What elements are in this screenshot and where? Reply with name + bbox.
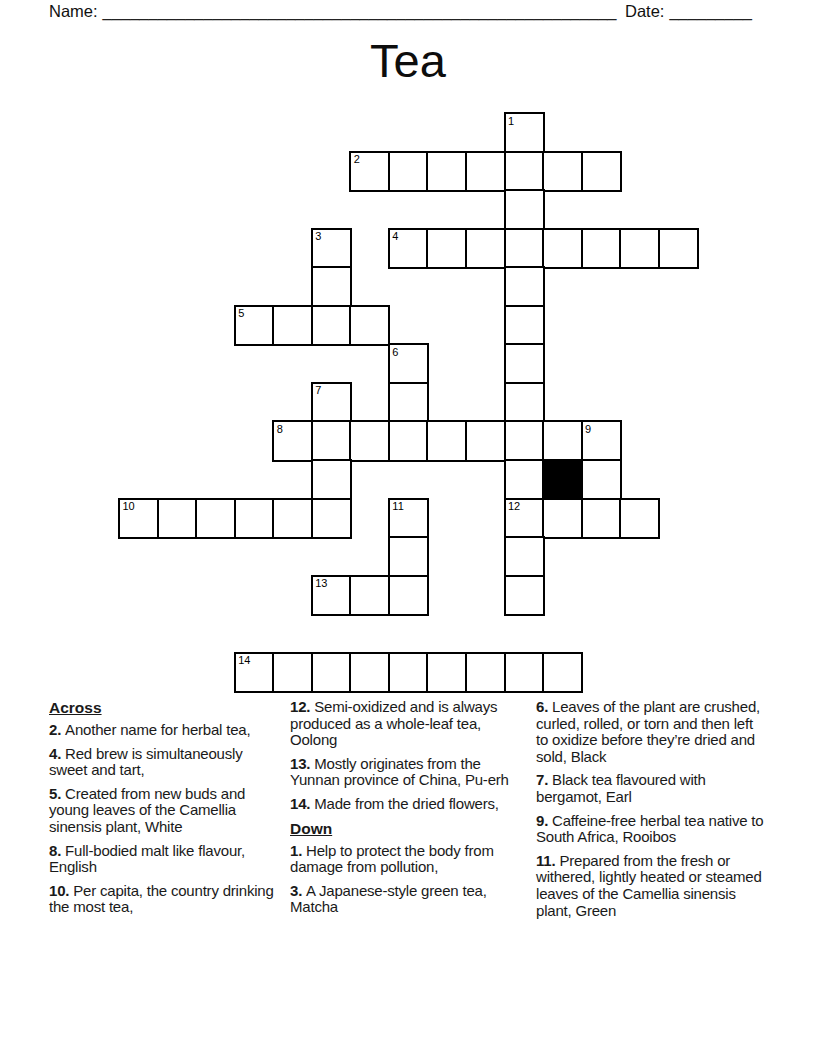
grid-cell[interactable] — [504, 305, 545, 346]
across-clue-12: 12. Semi-oxidized and is always produced… — [290, 699, 516, 749]
down-clue-7: 7. Black tea flavoured with bergamot, Ea… — [536, 772, 767, 805]
grid-cell[interactable] — [311, 266, 352, 307]
name-field-row: Name:___________________________________… — [49, 2, 617, 21]
grid-cell[interactable] — [426, 420, 467, 461]
grid-cell[interactable] — [388, 536, 429, 577]
grid-cell[interactable] — [426, 228, 467, 269]
grid-cell[interactable] — [465, 228, 506, 269]
grid-cell[interactable] — [581, 228, 622, 269]
across-clue-10: 10. Per capita, the country drinking the… — [49, 883, 280, 916]
across-heading: Across — [49, 699, 280, 717]
across-clue-2: 2. Another name for herbal tea, — [49, 722, 280, 739]
grid-cell[interactable] — [504, 228, 545, 269]
grid-cell[interactable] — [542, 652, 583, 693]
grid-cell[interactable] — [504, 151, 545, 192]
grid-cell[interactable] — [504, 382, 545, 423]
page-title: Tea — [0, 33, 816, 88]
grid-cell[interactable] — [581, 420, 622, 461]
across-clue-4: 4. Red brew is simultaneously sweet and … — [49, 746, 280, 779]
grid-cell[interactable] — [349, 652, 390, 693]
grid-cell[interactable] — [504, 575, 545, 616]
grid-cell[interactable] — [195, 498, 236, 539]
grid-cell[interactable] — [581, 459, 622, 500]
clue-column-1: Across2. Another name for herbal tea,4. … — [49, 699, 280, 923]
worksheet-page: { "header": { "name_label": "Name:", "na… — [0, 0, 816, 1056]
grid-cell[interactable] — [388, 420, 429, 461]
grid-cell[interactable] — [234, 305, 275, 346]
grid-cell[interactable] — [619, 228, 660, 269]
grid-cell[interactable] — [388, 498, 429, 539]
grid-cell[interactable] — [388, 151, 429, 192]
grid-cell[interactable] — [465, 652, 506, 693]
grid-cell[interactable] — [272, 498, 313, 539]
grid-cell[interactable] — [542, 420, 583, 461]
across-clue-8: 8. Full-bodied malt like flavour, Englis… — [49, 843, 280, 876]
grid-cell[interactable] — [388, 575, 429, 616]
grid-cell[interactable] — [465, 151, 506, 192]
grid-cell[interactable] — [619, 498, 660, 539]
across-clue-5: 5. Created from new buds and young leave… — [49, 786, 280, 836]
grid-cell[interactable] — [388, 382, 429, 423]
date-field-row: Date:_________ — [625, 2, 752, 21]
grid-cell[interactable] — [426, 151, 467, 192]
grid-cell[interactable] — [504, 112, 545, 153]
grid-cell[interactable] — [118, 498, 159, 539]
grid-cell[interactable] — [504, 536, 545, 577]
grid-cell[interactable] — [542, 151, 583, 192]
down-clue-11: 11. Prepared from the fresh or withered,… — [536, 853, 767, 919]
grid-cell[interactable] — [388, 343, 429, 384]
grid-cell[interactable] — [234, 498, 275, 539]
name-label: Name: — [49, 2, 98, 20]
down-heading: Down — [290, 820, 516, 838]
grid-cell[interactable] — [311, 498, 352, 539]
grid-cell[interactable] — [426, 652, 467, 693]
down-clue-6: 6. Leaves of the plant are crushed, curl… — [536, 699, 767, 765]
crossword-grid: 1234567891011121314 — [118, 112, 700, 694]
grid-cell[interactable] — [234, 652, 275, 693]
grid-cell[interactable] — [349, 151, 390, 192]
grid-cell[interactable] — [388, 228, 429, 269]
grid-cell[interactable] — [581, 498, 622, 539]
grid-cell[interactable] — [349, 420, 390, 461]
across-clue-14: 14. Made from the dried flowers, — [290, 796, 516, 813]
down-clue-3: 3. A Japanese-style green tea, Matcha — [290, 883, 516, 916]
grid-cell[interactable] — [311, 305, 352, 346]
grid-cell[interactable] — [504, 459, 545, 500]
name-line-field[interactable]: ________________________________________… — [103, 2, 617, 20]
down-clue-1: 1. Help to protect the body from damage … — [290, 843, 516, 876]
grid-cell[interactable] — [157, 498, 198, 539]
date-label: Date: — [625, 2, 664, 20]
black-cell — [542, 459, 583, 500]
grid-cell[interactable] — [311, 575, 352, 616]
grid-cell[interactable] — [504, 498, 545, 539]
grid-cell[interactable] — [272, 652, 313, 693]
grid-cell[interactable] — [349, 575, 390, 616]
grid-cell[interactable] — [349, 305, 390, 346]
grid-cell[interactable] — [311, 420, 352, 461]
grid-cell[interactable] — [465, 420, 506, 461]
clue-column-2: 12. Semi-oxidized and is always produced… — [290, 699, 516, 923]
across-clue-13: 13. Mostly originates from the Yunnan pr… — [290, 756, 516, 789]
grid-cell[interactable] — [311, 652, 352, 693]
grid-cell[interactable] — [388, 652, 429, 693]
grid-cell[interactable] — [581, 151, 622, 192]
grid-cell[interactable] — [311, 459, 352, 500]
grid-cell[interactable] — [504, 266, 545, 307]
grid-cell[interactable] — [272, 305, 313, 346]
grid-cell[interactable] — [504, 189, 545, 230]
grid-cell[interactable] — [272, 420, 313, 461]
grid-cell[interactable] — [504, 652, 545, 693]
grid-cell[interactable] — [542, 228, 583, 269]
clue-column-3: 6. Leaves of the plant are crushed, curl… — [536, 699, 767, 926]
grid-cell[interactable] — [311, 228, 352, 269]
grid-cell[interactable] — [542, 498, 583, 539]
grid-cell[interactable] — [658, 228, 699, 269]
down-clue-9: 9. Caffeine-free herbal tea native to So… — [536, 813, 767, 846]
grid-cell[interactable] — [311, 382, 352, 423]
date-line-field[interactable]: _________ — [669, 2, 752, 20]
grid-cell[interactable] — [504, 420, 545, 461]
grid-cell[interactable] — [504, 343, 545, 384]
